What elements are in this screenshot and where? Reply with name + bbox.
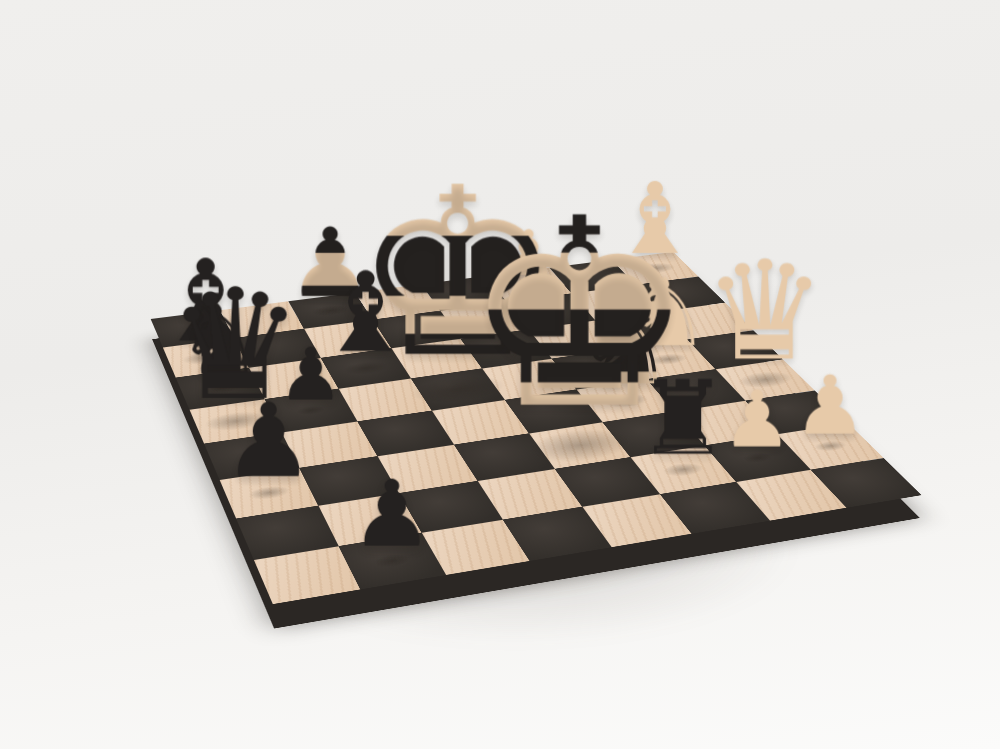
board-tilt-wrapper: ♝♟♟♝♞♝♛♞♚♞♟♛♚♟♟♜♟♟ (151, 252, 922, 604)
black-pawn-h2[interactable]: ♟ (351, 469, 433, 561)
photo-backdrop: ♝♟♟♝♞♝♛♞♚♞♟♛♚♟♟♜♟♟ (0, 0, 1000, 749)
black-rook-g6[interactable]: ♜ (637, 367, 729, 469)
scene: ♝♟♟♝♞♝♛♞♚♞♟♛♚♟♟♜♟♟ (0, 0, 1000, 749)
white-pawn-g8[interactable]: ♟ (794, 365, 867, 446)
white-pawn-g7[interactable]: ♟ (722, 380, 792, 458)
black-pawn-f1[interactable]: ♟ (223, 391, 315, 493)
chessboard: ♝♟♟♝♞♝♛♞♚♞♟♛♚♟♟♜♟♟ (151, 252, 922, 604)
